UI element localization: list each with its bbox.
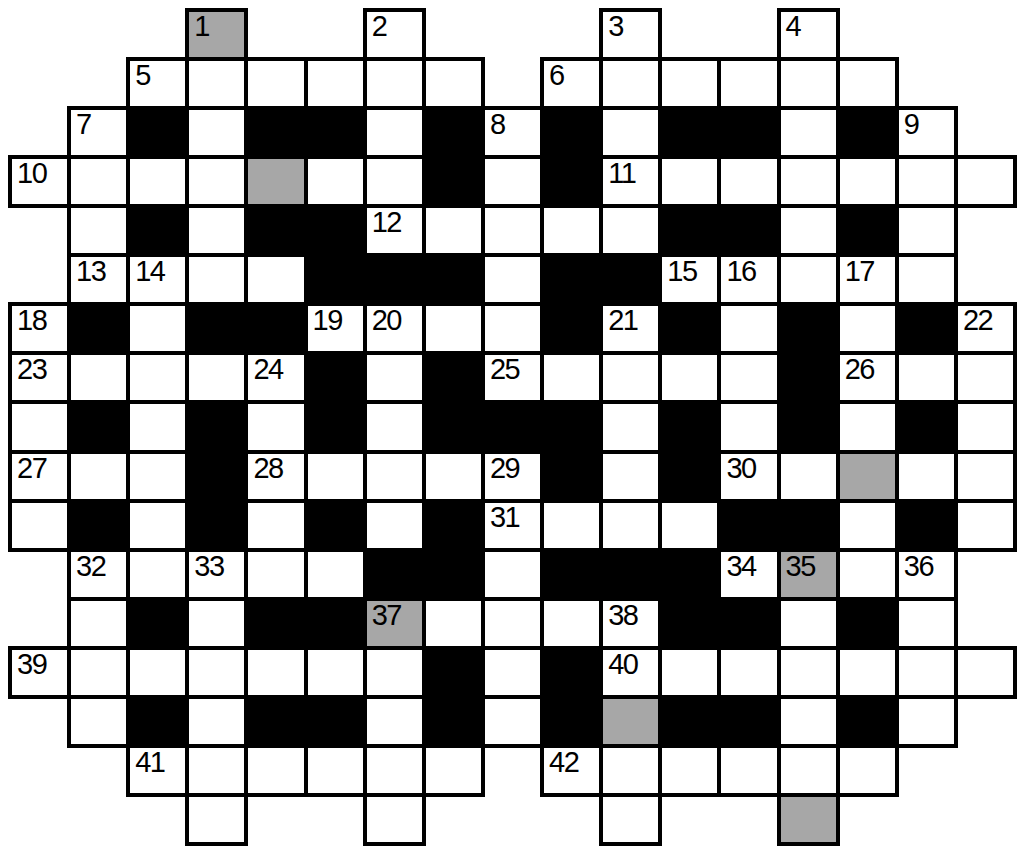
shaded-cell-r9-c14[interactable] <box>836 450 899 503</box>
cell-r3-c3[interactable] <box>185 155 248 208</box>
block-cell-r8-c1 <box>67 400 130 453</box>
cell-r5-c14[interactable]: 17 <box>836 253 899 306</box>
cell-r11-c4[interactable] <box>244 548 307 601</box>
crossword-page: 1234567891011121314151617181920212223242… <box>0 0 1024 857</box>
clue-number-7: 7 <box>76 108 91 140</box>
cell-r6-c12[interactable] <box>717 302 780 355</box>
cell-r10-c16[interactable] <box>954 499 1017 552</box>
block-cell-r11-c11 <box>658 548 721 601</box>
block-cell-r10-c7 <box>422 499 485 552</box>
cell-r1-c5[interactable] <box>304 57 367 110</box>
block-cell-r3-c7 <box>422 155 485 208</box>
cell-r9-c0[interactable]: 27 <box>8 450 71 503</box>
block-cell-r7-c7 <box>422 351 485 404</box>
cell-r13-c13[interactable] <box>777 646 840 699</box>
block-cell-r11-c10 <box>599 548 662 601</box>
cell-r3-c16[interactable] <box>954 155 1017 208</box>
cell-r9-c7[interactable] <box>422 450 485 503</box>
block-cell-r11-c9 <box>540 548 603 601</box>
cell-r7-c10[interactable] <box>599 351 662 404</box>
cell-r13-c4[interactable] <box>244 646 307 699</box>
cell-r3-c6[interactable] <box>363 155 426 208</box>
cell-r13-c10[interactable]: 40 <box>599 646 662 699</box>
cell-r2-c6[interactable] <box>363 106 426 159</box>
cell-r5-c11[interactable]: 15 <box>658 253 721 306</box>
cell-r1-c4[interactable] <box>244 57 307 110</box>
block-cell-r2-c11 <box>658 106 721 159</box>
cell-r12-c7[interactable] <box>422 597 485 650</box>
clue-number-27: 27 <box>17 452 46 484</box>
cell-r2-c1[interactable]: 7 <box>67 106 130 159</box>
block-cell-r6-c15 <box>895 302 958 355</box>
cell-r9-c2[interactable] <box>126 450 189 503</box>
block-cell-r2-c2 <box>126 106 189 159</box>
cell-r11-c14[interactable] <box>836 548 899 601</box>
cell-r5-c8[interactable] <box>481 253 544 306</box>
cell-r15-c6[interactable] <box>363 744 426 797</box>
cell-r11-c12[interactable]: 34 <box>717 548 780 601</box>
cell-r10-c2[interactable] <box>126 499 189 552</box>
block-cell-r12-c14 <box>836 597 899 650</box>
block-cell-r14-c12 <box>717 695 780 748</box>
clue-number-21: 21 <box>608 304 637 336</box>
block-cell-r4-c14 <box>836 204 899 257</box>
clue-number-37: 37 <box>372 599 401 631</box>
cell-r7-c2[interactable] <box>126 351 189 404</box>
clue-number-36: 36 <box>904 550 933 582</box>
clue-number-15: 15 <box>667 255 696 287</box>
block-cell-r9-c11 <box>658 450 721 503</box>
cell-r15-c13[interactable] <box>777 744 840 797</box>
block-cell-r6-c4 <box>244 302 307 355</box>
cell-r7-c3[interactable] <box>185 351 248 404</box>
cell-r13-c3[interactable] <box>185 646 248 699</box>
cell-r3-c15[interactable] <box>895 155 958 208</box>
cell-r7-c11[interactable] <box>658 351 721 404</box>
cell-r4-c10[interactable] <box>599 204 662 257</box>
cell-r10-c6[interactable] <box>363 499 426 552</box>
cell-r9-c4[interactable]: 28 <box>244 450 307 503</box>
cell-r1-c9[interactable]: 6 <box>540 57 603 110</box>
block-cell-r6-c9 <box>540 302 603 355</box>
cell-r7-c0[interactable]: 23 <box>8 351 71 404</box>
cell-r3-c14[interactable] <box>836 155 899 208</box>
cell-r5-c4[interactable] <box>244 253 307 306</box>
clue-number-41: 41 <box>135 746 164 778</box>
cell-r11-c2[interactable] <box>126 548 189 601</box>
block-cell-r14-c5 <box>304 695 367 748</box>
cell-r6-c8[interactable] <box>481 302 544 355</box>
block-cell-r12-c4 <box>244 597 307 650</box>
block-cell-r14-c7 <box>422 695 485 748</box>
cell-r6-c16[interactable]: 22 <box>954 302 1017 355</box>
block-cell-r4-c4 <box>244 204 307 257</box>
cell-r9-c5[interactable] <box>304 450 367 503</box>
cell-r5-c3[interactable] <box>185 253 248 306</box>
cell-r13-c11[interactable] <box>658 646 721 699</box>
shaded-cell-r3-c4[interactable] <box>244 155 307 208</box>
cell-r3-c2[interactable] <box>126 155 189 208</box>
cell-r3-c0[interactable]: 10 <box>8 155 71 208</box>
cell-r2-c15[interactable]: 9 <box>895 106 958 159</box>
block-cell-r8-c11 <box>658 400 721 453</box>
clue-number-30: 30 <box>726 452 755 484</box>
clue-number-9: 9 <box>904 108 919 140</box>
cell-r13-c8[interactable] <box>481 646 544 699</box>
clue-number-3: 3 <box>608 10 623 42</box>
cell-r3-c1[interactable] <box>67 155 130 208</box>
cell-r6-c2[interactable] <box>126 302 189 355</box>
clue-number-42: 42 <box>549 746 578 778</box>
clue-number-40: 40 <box>608 648 637 680</box>
block-cell-r4-c2 <box>126 204 189 257</box>
cell-r4-c15[interactable] <box>895 204 958 257</box>
cell-r9-c15[interactable] <box>895 450 958 503</box>
cell-r15-c7[interactable] <box>422 744 485 797</box>
cell-r11-c5[interactable] <box>304 548 367 601</box>
cell-r1-c12[interactable] <box>717 57 780 110</box>
clue-number-14: 14 <box>135 255 164 287</box>
cell-r13-c16[interactable] <box>954 646 1017 699</box>
cell-r6-c7[interactable] <box>422 302 485 355</box>
cell-r8-c0[interactable] <box>8 400 71 453</box>
cell-r6-c0[interactable]: 18 <box>8 302 71 355</box>
block-cell-r3-c9 <box>540 155 603 208</box>
clue-number-34: 34 <box>726 550 755 582</box>
clue-number-35: 35 <box>786 550 815 582</box>
cell-r4-c7[interactable] <box>422 204 485 257</box>
shaded-cell-r11-c13[interactable]: 35 <box>777 548 840 601</box>
block-cell-r2-c5 <box>304 106 367 159</box>
cell-r0-c10[interactable]: 3 <box>599 8 662 61</box>
clue-number-17: 17 <box>845 255 874 287</box>
block-cell-r6-c13 <box>777 302 840 355</box>
shaded-cell-r14-c10[interactable] <box>599 695 662 748</box>
cell-r1-c14[interactable] <box>836 57 899 110</box>
clue-number-10: 10 <box>17 157 46 189</box>
block-cell-r2-c4 <box>244 106 307 159</box>
cell-r2-c13[interactable] <box>777 106 840 159</box>
cell-r5-c12[interactable]: 16 <box>717 253 780 306</box>
block-cell-r13-c9 <box>540 646 603 699</box>
cell-r10-c14[interactable] <box>836 499 899 552</box>
block-cell-r4-c5 <box>304 204 367 257</box>
cell-r7-c14[interactable]: 26 <box>836 351 899 404</box>
cell-r9-c12[interactable]: 30 <box>717 450 780 503</box>
block-cell-r13-c7 <box>422 646 485 699</box>
cell-r13-c14[interactable] <box>836 646 899 699</box>
cell-r7-c8[interactable]: 25 <box>481 351 544 404</box>
block-cell-r14-c11 <box>658 695 721 748</box>
cell-r7-c12[interactable] <box>717 351 780 404</box>
block-cell-r5-c6 <box>363 253 426 306</box>
cell-r9-c10[interactable] <box>599 450 662 503</box>
block-cell-r5-c9 <box>540 253 603 306</box>
cell-r3-c12[interactable] <box>717 155 780 208</box>
cell-r9-c8[interactable]: 29 <box>481 450 544 503</box>
block-cell-r14-c4 <box>244 695 307 748</box>
clue-number-33: 33 <box>194 550 223 582</box>
block-cell-r2-c7 <box>422 106 485 159</box>
cell-r10-c9[interactable] <box>540 499 603 552</box>
cell-r11-c3[interactable]: 33 <box>185 548 248 601</box>
cell-r0-c13[interactable]: 4 <box>777 8 840 61</box>
cell-r16-c6[interactable] <box>363 793 426 846</box>
cell-r11-c8[interactable] <box>481 548 544 601</box>
cell-r8-c4[interactable] <box>244 400 307 453</box>
cell-r15-c5[interactable] <box>304 744 367 797</box>
cell-r15-c11[interactable] <box>658 744 721 797</box>
cell-r12-c8[interactable] <box>481 597 544 650</box>
cell-r15-c12[interactable] <box>717 744 780 797</box>
cell-r15-c10[interactable] <box>599 744 662 797</box>
clue-number-4: 4 <box>786 10 801 42</box>
cell-r3-c10[interactable]: 11 <box>599 155 662 208</box>
block-cell-r2-c14 <box>836 106 899 159</box>
cell-r12-c13[interactable] <box>777 597 840 650</box>
block-cell-r10-c3 <box>185 499 248 552</box>
cell-r1-c13[interactable] <box>777 57 840 110</box>
crossword-board: 1234567891011121314151617181920212223242… <box>0 0 1024 857</box>
cell-r8-c6[interactable] <box>363 400 426 453</box>
cell-r14-c13[interactable] <box>777 695 840 748</box>
cell-r8-c16[interactable] <box>954 400 1017 453</box>
clue-number-32: 32 <box>76 550 105 582</box>
block-cell-r14-c2 <box>126 695 189 748</box>
cell-r7-c4[interactable]: 24 <box>244 351 307 404</box>
cell-r1-c6[interactable] <box>363 57 426 110</box>
block-cell-r6-c1 <box>67 302 130 355</box>
block-cell-r4-c12 <box>717 204 780 257</box>
block-cell-r10-c5 <box>304 499 367 552</box>
block-cell-r10-c1 <box>67 499 130 552</box>
clue-number-5: 5 <box>135 59 150 91</box>
clue-number-26: 26 <box>845 353 874 385</box>
cell-r13-c15[interactable] <box>895 646 958 699</box>
clue-number-23: 23 <box>17 353 46 385</box>
cell-r8-c12[interactable] <box>717 400 780 453</box>
block-cell-r8-c15 <box>895 400 958 453</box>
cell-r11-c1[interactable]: 32 <box>67 548 130 601</box>
cell-r9-c1[interactable] <box>67 450 130 503</box>
block-cell-r12-c2 <box>126 597 189 650</box>
clue-number-28: 28 <box>253 452 282 484</box>
cell-r14-c1[interactable] <box>67 695 130 748</box>
cell-r1-c11[interactable] <box>658 57 721 110</box>
cell-r8-c10[interactable] <box>599 400 662 453</box>
cell-r13-c6[interactable] <box>363 646 426 699</box>
cell-r14-c15[interactable] <box>895 695 958 748</box>
cell-r3-c8[interactable] <box>481 155 544 208</box>
cell-r7-c16[interactable] <box>954 351 1017 404</box>
clue-number-1: 1 <box>194 10 209 42</box>
block-cell-r14-c14 <box>836 695 899 748</box>
cell-r13-c2[interactable] <box>126 646 189 699</box>
block-cell-r5-c10 <box>599 253 662 306</box>
cell-r10-c8[interactable]: 31 <box>481 499 544 552</box>
block-cell-r5-c5 <box>304 253 367 306</box>
clue-number-18: 18 <box>17 304 46 336</box>
cell-r12-c3[interactable] <box>185 597 248 650</box>
cell-r0-c6[interactable]: 2 <box>363 8 426 61</box>
cell-r14-c6[interactable] <box>363 695 426 748</box>
cell-r5-c2[interactable]: 14 <box>126 253 189 306</box>
cell-r1-c3[interactable] <box>185 57 248 110</box>
cell-r4-c13[interactable] <box>777 204 840 257</box>
clue-number-22: 22 <box>963 304 992 336</box>
shaded-cell-r16-c13[interactable] <box>777 793 840 846</box>
cell-r15-c4[interactable] <box>244 744 307 797</box>
clue-number-19: 19 <box>313 304 342 336</box>
cell-r16-c3[interactable] <box>185 793 248 846</box>
cell-r8-c14[interactable] <box>836 400 899 453</box>
cell-r16-c10[interactable] <box>599 793 662 846</box>
cell-r4-c6[interactable]: 12 <box>363 204 426 257</box>
clue-number-12: 12 <box>372 206 401 238</box>
block-cell-r8-c9 <box>540 400 603 453</box>
clue-number-39: 39 <box>17 648 46 680</box>
block-cell-r12-c5 <box>304 597 367 650</box>
cell-r5-c1[interactable]: 13 <box>67 253 130 306</box>
block-cell-r7-c5 <box>304 351 367 404</box>
block-cell-r8-c7 <box>422 400 485 453</box>
cell-r4-c3[interactable] <box>185 204 248 257</box>
cell-r1-c2[interactable]: 5 <box>126 57 189 110</box>
block-cell-r7-c13 <box>777 351 840 404</box>
cell-r12-c9[interactable] <box>540 597 603 650</box>
cell-r13-c5[interactable] <box>304 646 367 699</box>
cell-r1-c10[interactable] <box>599 57 662 110</box>
block-cell-r10-c12 <box>717 499 780 552</box>
cell-r4-c9[interactable] <box>540 204 603 257</box>
cell-r7-c9[interactable] <box>540 351 603 404</box>
clue-number-6: 6 <box>549 59 564 91</box>
block-cell-r2-c12 <box>717 106 780 159</box>
cell-r15-c2[interactable]: 41 <box>126 744 189 797</box>
clue-number-16: 16 <box>726 255 755 287</box>
block-cell-r5-c7 <box>422 253 485 306</box>
block-cell-r9-c3 <box>185 450 248 503</box>
block-cell-r2-c9 <box>540 106 603 159</box>
cell-r13-c1[interactable] <box>67 646 130 699</box>
cell-r5-c13[interactable] <box>777 253 840 306</box>
clue-number-20: 20 <box>372 304 401 336</box>
block-cell-r10-c15 <box>895 499 958 552</box>
block-cell-r11-c6 <box>363 548 426 601</box>
cell-r7-c6[interactable] <box>363 351 426 404</box>
cell-r9-c6[interactable] <box>363 450 426 503</box>
block-cell-r8-c13 <box>777 400 840 453</box>
cell-r6-c14[interactable] <box>836 302 899 355</box>
cell-r15-c9[interactable]: 42 <box>540 744 603 797</box>
cell-r15-c14[interactable] <box>836 744 899 797</box>
cell-r1-c7[interactable] <box>422 57 485 110</box>
cell-r6-c6[interactable]: 20 <box>363 302 426 355</box>
cell-r10-c0[interactable] <box>8 499 71 552</box>
block-cell-r8-c8 <box>481 400 544 453</box>
cell-r13-c12[interactable] <box>717 646 780 699</box>
block-cell-r10-c13 <box>777 499 840 552</box>
clue-number-31: 31 <box>490 501 519 533</box>
clue-number-24: 24 <box>253 353 282 385</box>
cell-r4-c8[interactable] <box>481 204 544 257</box>
cell-r10-c4[interactable] <box>244 499 307 552</box>
shaded-cell-r0-c3[interactable]: 1 <box>185 8 248 61</box>
cell-r7-c1[interactable] <box>67 351 130 404</box>
cell-r3-c13[interactable] <box>777 155 840 208</box>
clue-number-8: 8 <box>490 108 505 140</box>
cell-r4-c1[interactable] <box>67 204 130 257</box>
cell-r13-c0[interactable]: 39 <box>8 646 71 699</box>
cell-r12-c1[interactable] <box>67 597 130 650</box>
cell-r2-c3[interactable] <box>185 106 248 159</box>
cell-r8-c2[interactable] <box>126 400 189 453</box>
cell-r12-c10[interactable]: 38 <box>599 597 662 650</box>
shaded-cell-r12-c6[interactable]: 37 <box>363 597 426 650</box>
clue-number-2: 2 <box>372 10 387 42</box>
cell-r15-c3[interactable] <box>185 744 248 797</box>
cell-r3-c5[interactable] <box>304 155 367 208</box>
clue-number-11: 11 <box>608 157 635 189</box>
clue-number-13: 13 <box>76 255 105 287</box>
clue-number-25: 25 <box>490 353 519 385</box>
block-cell-r14-c9 <box>540 695 603 748</box>
cell-r12-c15[interactable] <box>895 597 958 650</box>
cell-r11-c15[interactable]: 36 <box>895 548 958 601</box>
block-cell-r4-c11 <box>658 204 721 257</box>
cell-r14-c8[interactable] <box>481 695 544 748</box>
clue-number-29: 29 <box>490 452 519 484</box>
clue-number-38: 38 <box>608 599 637 631</box>
block-cell-r6-c11 <box>658 302 721 355</box>
cell-r3-c11[interactable] <box>658 155 721 208</box>
block-cell-r8-c3 <box>185 400 248 453</box>
cell-r7-c15[interactable] <box>895 351 958 404</box>
block-cell-r11-c7 <box>422 548 485 601</box>
cell-r6-c10[interactable]: 21 <box>599 302 662 355</box>
cell-r10-c11[interactable] <box>658 499 721 552</box>
cell-r9-c16[interactable] <box>954 450 1017 503</box>
block-cell-r12-c11 <box>658 597 721 650</box>
block-cell-r8-c5 <box>304 400 367 453</box>
block-cell-r9-c9 <box>540 450 603 503</box>
cell-r10-c10[interactable] <box>599 499 662 552</box>
block-cell-r12-c12 <box>717 597 780 650</box>
cell-r2-c10[interactable] <box>599 106 662 159</box>
cell-r9-c13[interactable] <box>777 450 840 503</box>
cell-r6-c5[interactable]: 19 <box>304 302 367 355</box>
block-cell-r6-c3 <box>185 302 248 355</box>
cell-r2-c8[interactable]: 8 <box>481 106 544 159</box>
cell-r5-c15[interactable] <box>895 253 958 306</box>
cell-r14-c3[interactable] <box>185 695 248 748</box>
